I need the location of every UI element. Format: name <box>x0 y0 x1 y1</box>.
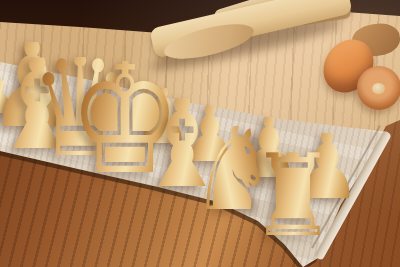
mushroom-stem <box>372 83 385 94</box>
mushroom-underside <box>357 66 400 110</box>
chess-pieces-photo: ♟ ♟ ♝ ♛ ♚ ♟ ♝ ♟ ♞ ♟ ♜ ♟ <box>0 0 400 267</box>
white-rook: ♜ <box>250 152 335 238</box>
